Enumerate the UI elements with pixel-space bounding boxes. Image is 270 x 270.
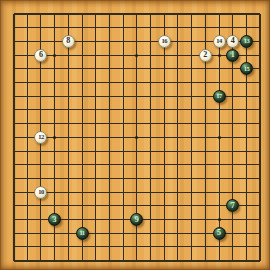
stone-white-2: 2 [199,49,212,62]
stone-black-17: 17 [213,90,226,103]
grid-line-horizontal [14,192,261,193]
grid-line-horizontal [14,151,261,152]
stone-black-3: 3 [48,213,61,226]
move-number: 10 [38,188,44,195]
stone-black-9: 9 [130,213,143,226]
stone-white-14: 14 [213,35,226,48]
move-number: 14 [216,38,222,45]
hoshi-point [135,54,138,57]
move-number: 3 [53,215,57,223]
grid-line-vertical [177,14,178,261]
stone-white-8: 8 [62,35,75,48]
move-number: 1 [231,51,235,59]
hoshi-point [218,218,221,221]
hoshi-point [53,136,56,139]
hoshi-point [135,136,138,139]
move-number: 15 [244,65,250,72]
stone-white-6: 6 [34,49,47,62]
stone-black-15: 15 [240,62,253,75]
stone-black-13: 13 [240,35,253,48]
move-number: 11 [79,229,84,236]
stone-black-7: 7 [226,199,239,212]
grid-line-vertical [246,14,247,261]
move-number: 6 [39,51,43,59]
grid-line-vertical [191,14,192,261]
stone-white-4: 4 [226,35,239,48]
stone-white-12: 12 [34,131,47,144]
move-number: 16 [161,38,167,45]
move-number: 17 [216,92,222,99]
stone-white-16: 16 [158,35,171,48]
grid-line-horizontal [14,164,261,165]
grid-line-horizontal [14,246,261,247]
move-number: 4 [231,37,235,45]
grid-line-horizontal [14,205,261,206]
hoshi-point [53,54,56,57]
go-board[interactable]: 1234567891011121314151617 [0,0,270,270]
move-number: 5 [217,229,221,237]
move-number: 7 [231,201,235,209]
grid-line-vertical [150,14,151,261]
stone-black-11: 11 [76,227,89,240]
move-number: 2 [203,51,207,59]
hoshi-point [218,54,221,57]
grid-line-horizontal [14,178,261,179]
hoshi-point [218,136,221,139]
grid-line-vertical [164,14,165,261]
move-number: 9 [135,215,139,223]
grid-line-vertical [259,14,261,261]
stone-black-1: 1 [226,49,239,62]
move-number: 8 [66,37,70,45]
move-number: 12 [38,134,44,141]
grid-line-horizontal [14,260,261,262]
stone-white-10: 10 [34,186,47,199]
move-number: 13 [244,38,250,45]
board-grid: 1234567891011121314151617 [14,14,261,261]
stone-black-5: 5 [213,227,226,240]
